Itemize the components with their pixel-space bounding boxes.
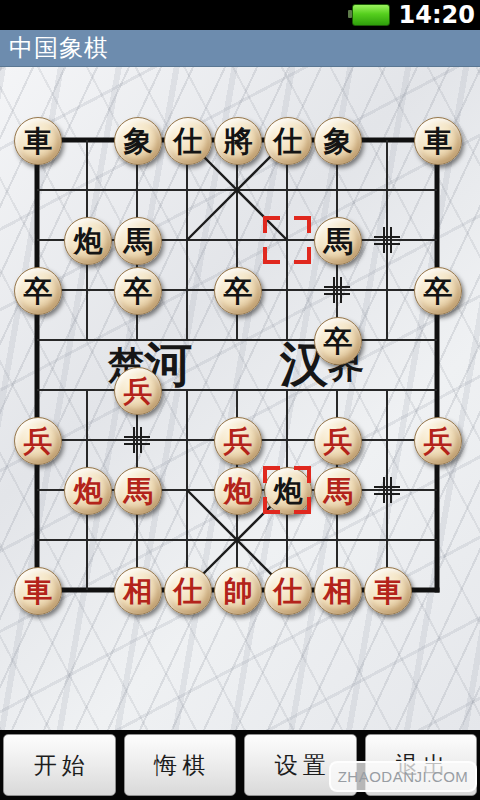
piece-black-soldier[interactable]: 卒 — [314, 317, 362, 365]
piece-red-soldier[interactable]: 兵 — [414, 417, 462, 465]
piece-black-soldier[interactable]: 卒 — [414, 267, 462, 315]
piece-red-cannon[interactable]: 炮 — [64, 467, 112, 515]
point-marker-icon — [374, 477, 400, 503]
piece-black-general[interactable]: 將 — [214, 117, 262, 165]
board-area[interactable]: 楚河 汉界 車象仕將仕象車炮馬馬卒卒卒卒卒炮兵兵兵兵兵炮馬炮馬車相仕帥仕相車 — [0, 67, 480, 730]
piece-black-cannon[interactable]: 炮 — [64, 217, 112, 265]
piece-black-cannon[interactable]: 炮 — [264, 467, 312, 515]
piece-black-chariot[interactable]: 車 — [414, 117, 462, 165]
piece-black-soldier[interactable]: 卒 — [214, 267, 262, 315]
title-bar: 中国象棋 — [0, 30, 480, 67]
piece-red-horse[interactable]: 馬 — [314, 467, 362, 515]
piece-black-elephant[interactable]: 象 — [114, 117, 162, 165]
piece-red-soldier[interactable]: 兵 — [214, 417, 262, 465]
undo-button[interactable]: 悔棋 — [124, 734, 237, 796]
piece-black-elephant[interactable]: 象 — [314, 117, 362, 165]
piece-red-chariot[interactable]: 車 — [14, 567, 62, 615]
piece-black-horse[interactable]: 馬 — [314, 217, 362, 265]
start-button[interactable]: 开始 — [3, 734, 116, 796]
settings-button[interactable]: 设置 — [244, 734, 357, 796]
piece-red-soldier[interactable]: 兵 — [314, 417, 362, 465]
piece-red-advisor[interactable]: 仕 — [164, 567, 212, 615]
exit-button[interactable]: 退出 — [365, 734, 478, 796]
board-grid — [0, 67, 480, 730]
battery-icon — [352, 4, 390, 26]
piece-black-horse[interactable]: 馬 — [114, 217, 162, 265]
piece-red-advisor[interactable]: 仕 — [264, 567, 312, 615]
piece-red-cannon[interactable]: 炮 — [214, 467, 262, 515]
piece-red-elephant[interactable]: 相 — [314, 567, 362, 615]
piece-black-soldier[interactable]: 卒 — [114, 267, 162, 315]
clock-time: 14:20 — [399, 1, 475, 29]
point-marker-icon — [124, 427, 150, 453]
button-bar: 开始 悔棋 设置 退出 — [0, 730, 480, 800]
piece-black-soldier[interactable]: 卒 — [14, 267, 62, 315]
piece-red-chariot[interactable]: 車 — [364, 567, 412, 615]
piece-red-elephant[interactable]: 相 — [114, 567, 162, 615]
app-title: 中国象棋 — [9, 32, 109, 64]
piece-red-horse[interactable]: 馬 — [114, 467, 162, 515]
piece-black-chariot[interactable]: 車 — [14, 117, 62, 165]
status-bar: 14:20 — [0, 0, 480, 30]
piece-black-advisor[interactable]: 仕 — [164, 117, 212, 165]
piece-black-advisor[interactable]: 仕 — [264, 117, 312, 165]
point-marker-icon — [324, 277, 350, 303]
piece-red-general[interactable]: 帥 — [214, 567, 262, 615]
piece-red-soldier[interactable]: 兵 — [14, 417, 62, 465]
point-marker-icon — [374, 227, 400, 253]
piece-red-soldier[interactable]: 兵 — [114, 367, 162, 415]
